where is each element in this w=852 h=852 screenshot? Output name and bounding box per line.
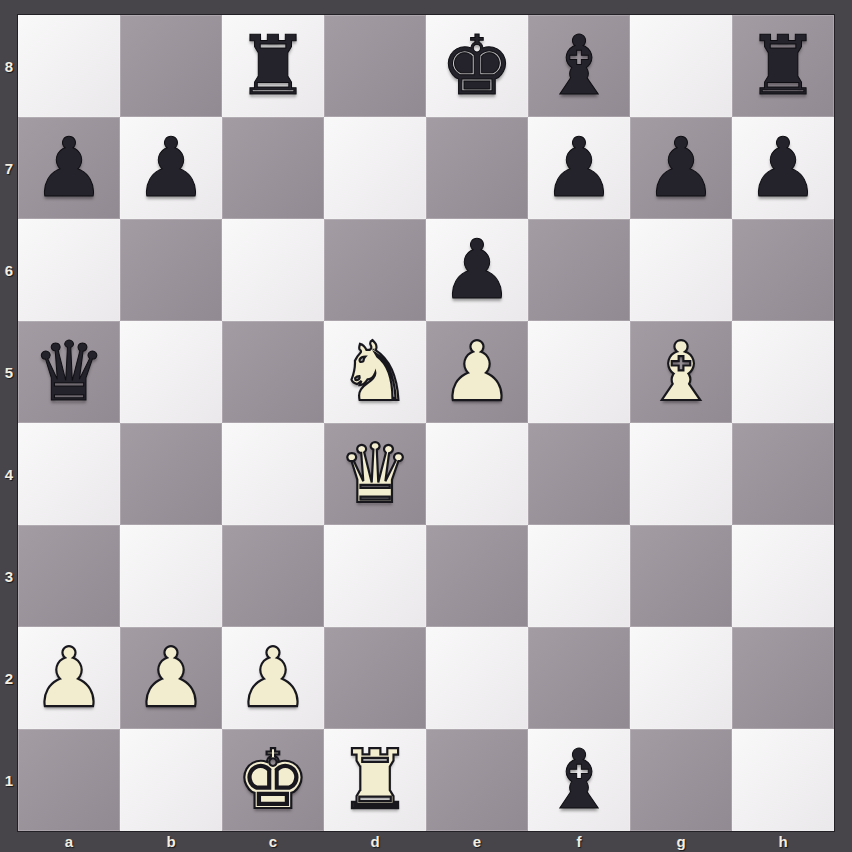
rank-label-7: 7 xyxy=(0,117,18,219)
rank-label-1: 1 xyxy=(0,729,18,831)
square-e4[interactable] xyxy=(426,423,528,525)
rank-label-2: 2 xyxy=(0,627,18,729)
rank-label-6: 6 xyxy=(0,219,18,321)
square-b3[interactable] xyxy=(120,525,222,627)
black-bishop-f1[interactable]: ♝ xyxy=(542,739,616,821)
square-d1[interactable]: ♜ xyxy=(324,729,426,831)
square-h7[interactable]: ♟ xyxy=(732,117,834,219)
square-f4[interactable] xyxy=(528,423,630,525)
file-label-e: e xyxy=(426,831,528,852)
file-label-d: d xyxy=(324,831,426,852)
white-pawn-e5[interactable]: ♟ xyxy=(440,331,514,413)
chess-board: ♜♚♝♜♟♟♟♟♟♟♛♞♟♝♛♟♟♟♚♜♝ xyxy=(18,15,834,831)
square-d7[interactable] xyxy=(324,117,426,219)
square-a1[interactable] xyxy=(18,729,120,831)
square-c2[interactable]: ♟ xyxy=(222,627,324,729)
square-e8[interactable]: ♚ xyxy=(426,15,528,117)
white-bishop-g5[interactable]: ♝ xyxy=(644,331,718,413)
square-c6[interactable] xyxy=(222,219,324,321)
white-rook-d1[interactable]: ♜ xyxy=(338,739,412,821)
black-pawn-h7[interactable]: ♟ xyxy=(746,127,820,209)
black-rook-c8[interactable]: ♜ xyxy=(236,25,310,107)
square-b1[interactable] xyxy=(120,729,222,831)
square-e5[interactable]: ♟ xyxy=(426,321,528,423)
white-queen-d4[interactable]: ♛ xyxy=(338,433,412,515)
file-label-b: b xyxy=(120,831,222,852)
white-pawn-a2[interactable]: ♟ xyxy=(32,637,106,719)
square-c8[interactable]: ♜ xyxy=(222,15,324,117)
square-a3[interactable] xyxy=(18,525,120,627)
black-queen-a5[interactable]: ♛ xyxy=(32,331,106,413)
square-h1[interactable] xyxy=(732,729,834,831)
square-d2[interactable] xyxy=(324,627,426,729)
square-g8[interactable] xyxy=(630,15,732,117)
black-rook-h8[interactable]: ♜ xyxy=(746,25,820,107)
black-pawn-e6[interactable]: ♟ xyxy=(440,229,514,311)
square-c3[interactable] xyxy=(222,525,324,627)
file-label-a: a xyxy=(18,831,120,852)
square-g2[interactable] xyxy=(630,627,732,729)
square-e1[interactable] xyxy=(426,729,528,831)
square-a6[interactable] xyxy=(18,219,120,321)
square-d6[interactable] xyxy=(324,219,426,321)
square-h6[interactable] xyxy=(732,219,834,321)
white-pawn-b2[interactable]: ♟ xyxy=(134,637,208,719)
square-f1[interactable]: ♝ xyxy=(528,729,630,831)
rank-label-3: 3 xyxy=(0,525,18,627)
square-g4[interactable] xyxy=(630,423,732,525)
square-h3[interactable] xyxy=(732,525,834,627)
white-knight-d5[interactable]: ♞ xyxy=(338,331,412,413)
square-h4[interactable] xyxy=(732,423,834,525)
square-f8[interactable]: ♝ xyxy=(528,15,630,117)
square-h5[interactable] xyxy=(732,321,834,423)
square-g3[interactable] xyxy=(630,525,732,627)
white-king-c1[interactable]: ♚ xyxy=(236,739,310,821)
square-f6[interactable] xyxy=(528,219,630,321)
square-b5[interactable] xyxy=(120,321,222,423)
black-pawn-a7[interactable]: ♟ xyxy=(32,127,106,209)
square-e3[interactable] xyxy=(426,525,528,627)
square-f2[interactable] xyxy=(528,627,630,729)
black-bishop-f8[interactable]: ♝ xyxy=(542,25,616,107)
square-a7[interactable]: ♟ xyxy=(18,117,120,219)
square-g1[interactable] xyxy=(630,729,732,831)
file-label-c: c xyxy=(222,831,324,852)
square-a5[interactable]: ♛ xyxy=(18,321,120,423)
square-b2[interactable]: ♟ xyxy=(120,627,222,729)
black-pawn-g7[interactable]: ♟ xyxy=(644,127,718,209)
square-a8[interactable] xyxy=(18,15,120,117)
square-f3[interactable] xyxy=(528,525,630,627)
square-f7[interactable]: ♟ xyxy=(528,117,630,219)
square-d8[interactable] xyxy=(324,15,426,117)
rank-label-8: 8 xyxy=(0,15,18,117)
square-e7[interactable] xyxy=(426,117,528,219)
square-h2[interactable] xyxy=(732,627,834,729)
square-b7[interactable]: ♟ xyxy=(120,117,222,219)
square-d3[interactable] xyxy=(324,525,426,627)
white-pawn-c2[interactable]: ♟ xyxy=(236,637,310,719)
square-e2[interactable] xyxy=(426,627,528,729)
black-pawn-f7[interactable]: ♟ xyxy=(542,127,616,209)
square-g5[interactable]: ♝ xyxy=(630,321,732,423)
square-g7[interactable]: ♟ xyxy=(630,117,732,219)
square-g6[interactable] xyxy=(630,219,732,321)
square-f5[interactable] xyxy=(528,321,630,423)
square-a4[interactable] xyxy=(18,423,120,525)
square-c5[interactable] xyxy=(222,321,324,423)
square-c7[interactable] xyxy=(222,117,324,219)
square-d4[interactable]: ♛ xyxy=(324,423,426,525)
black-king-e8[interactable]: ♚ xyxy=(440,25,514,107)
chess-board-frame: ♜♚♝♜♟♟♟♟♟♟♛♞♟♝♛♟♟♟♚♜♝ 87654321 abcdefgh xyxy=(0,0,852,852)
square-d5[interactable]: ♞ xyxy=(324,321,426,423)
square-h8[interactable]: ♜ xyxy=(732,15,834,117)
square-b4[interactable] xyxy=(120,423,222,525)
square-c4[interactable] xyxy=(222,423,324,525)
file-label-g: g xyxy=(630,831,732,852)
file-label-h: h xyxy=(732,831,834,852)
rank-label-4: 4 xyxy=(0,423,18,525)
square-e6[interactable]: ♟ xyxy=(426,219,528,321)
square-a2[interactable]: ♟ xyxy=(18,627,120,729)
square-b8[interactable] xyxy=(120,15,222,117)
rank-label-5: 5 xyxy=(0,321,18,423)
square-c1[interactable]: ♚ xyxy=(222,729,324,831)
black-pawn-b7[interactable]: ♟ xyxy=(134,127,208,209)
square-b6[interactable] xyxy=(120,219,222,321)
file-label-f: f xyxy=(528,831,630,852)
